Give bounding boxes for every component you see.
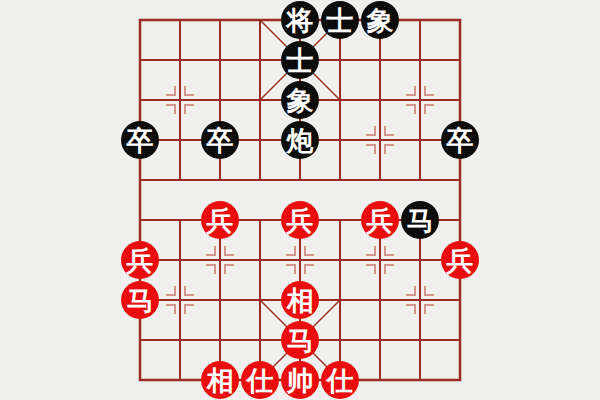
red-pawn[interactable]: 兵: [281, 201, 319, 239]
red-horse[interactable]: 马: [121, 281, 159, 319]
red-pawn[interactable]: 兵: [121, 241, 159, 279]
red-advisor[interactable]: 仕: [321, 361, 359, 399]
red-pawn[interactable]: 兵: [441, 241, 479, 279]
xiangqi-app: 将士象士象卒卒炮卒马兵兵兵兵兵马相马相仕帅仕: [0, 0, 600, 400]
black-elephant[interactable]: 象: [281, 81, 319, 119]
red-advisor[interactable]: 仕: [241, 361, 279, 399]
black-horse[interactable]: 马: [401, 201, 439, 239]
xiangqi-board[interactable]: 将士象士象卒卒炮卒马兵兵兵兵兵马相马相仕帅仕: [120, 0, 480, 400]
black-general[interactable]: 将: [281, 1, 319, 39]
black-cannon[interactable]: 炮: [281, 121, 319, 159]
red-pawn[interactable]: 兵: [361, 201, 399, 239]
pieces-layer: 将士象士象卒卒炮卒马兵兵兵兵兵马相马相仕帅仕: [120, 0, 480, 400]
black-pawn[interactable]: 卒: [441, 121, 479, 159]
red-horse[interactable]: 马: [281, 321, 319, 359]
black-advisor[interactable]: 士: [281, 41, 319, 79]
black-elephant[interactable]: 象: [361, 1, 399, 39]
red-king[interactable]: 帅: [281, 361, 319, 399]
red-elephant[interactable]: 相: [281, 281, 319, 319]
black-advisor[interactable]: 士: [321, 1, 359, 39]
black-pawn[interactable]: 卒: [201, 121, 239, 159]
red-elephant[interactable]: 相: [201, 361, 239, 399]
red-pawn[interactable]: 兵: [201, 201, 239, 239]
black-pawn[interactable]: 卒: [121, 121, 159, 159]
